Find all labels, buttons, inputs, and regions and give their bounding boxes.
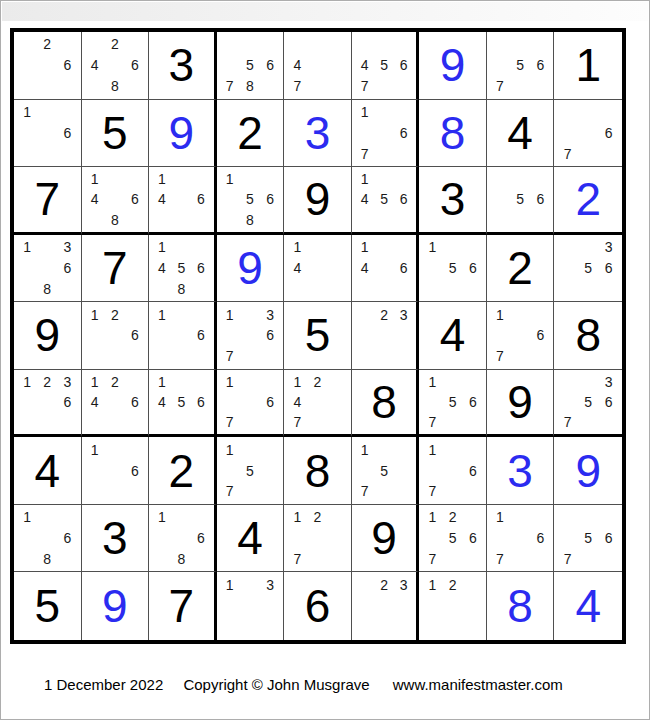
pencil-marks: 167 <box>419 437 486 504</box>
candidate-digit: 1 <box>85 372 105 392</box>
cell-r3c9[interactable]: 2 <box>554 167 622 235</box>
candidate-digit: 4 <box>152 189 172 209</box>
cell-r2c9[interactable]: 67 <box>554 100 622 168</box>
pencil-marks: 156 <box>419 235 486 302</box>
pencil-marks: 23 <box>352 302 417 369</box>
candidate-digit: 6 <box>598 122 619 143</box>
candidate-digit: 1 <box>220 439 240 460</box>
cell-r5c6[interactable]: 23 <box>352 302 420 370</box>
candidate-digit: 5 <box>240 460 260 481</box>
cell-r4c6[interactable]: 146 <box>352 235 420 303</box>
candidate-digit: 7 <box>355 481 375 502</box>
candidate-digit: 5 <box>240 189 260 209</box>
candidate-digit: 6 <box>260 55 280 76</box>
candidate-digit: 1 <box>152 169 172 189</box>
candidate-digit: 1 <box>355 237 375 258</box>
candidate-digit: 2 <box>105 304 125 325</box>
cell-r3c3[interactable]: 146 <box>149 167 217 235</box>
candidate-digit: 4 <box>355 55 375 76</box>
given-digit: 9 <box>507 379 533 425</box>
cell-r3c2[interactable]: 1468 <box>82 167 150 235</box>
cell-r8c2[interactable]: 3 <box>82 505 150 573</box>
candidate-digit: 4 <box>355 258 375 279</box>
given-digit: 4 <box>440 312 466 358</box>
pencil-marks: 167 <box>487 505 554 572</box>
candidate-digit: 1 <box>490 304 510 325</box>
candidate-digit: 6 <box>463 258 483 279</box>
pencil-marks: 168 <box>149 505 214 572</box>
candidate-digit: 5 <box>510 55 530 76</box>
pencil-marks: 167 <box>217 370 284 435</box>
candidate-digit: 2 <box>374 574 394 595</box>
candidate-digit: 6 <box>57 122 77 143</box>
candidate-digit: 6 <box>530 325 550 346</box>
candidate-digit: 1 <box>152 372 172 392</box>
pencil-marks: 567 <box>487 32 554 99</box>
cell-r7c8[interactable]: 3 <box>487 437 555 505</box>
given-digit: 2 <box>169 448 195 494</box>
cell-r2c8[interactable]: 4 <box>487 100 555 168</box>
candidate-digit: 4 <box>355 189 375 209</box>
candidate-digit: 1 <box>287 372 307 392</box>
candidate-digit: 6 <box>530 528 550 549</box>
pencil-marks: 1236 <box>14 370 81 435</box>
candidate-digit: 1 <box>355 102 375 123</box>
candidate-digit: 7 <box>220 412 240 432</box>
given-digit: 3 <box>102 515 128 561</box>
candidate-digit: 8 <box>37 549 57 570</box>
cell-r9c4[interactable]: 13 <box>217 572 285 640</box>
candidate-digit: 7 <box>287 549 307 570</box>
candidate-digit: 6 <box>394 55 414 76</box>
candidate-digit: 7 <box>220 481 240 502</box>
candidate-digit: 6 <box>463 528 483 549</box>
candidate-digit: 2 <box>37 34 57 55</box>
candidate-digit: 5 <box>172 258 192 279</box>
solved-digit: 9 <box>169 110 195 156</box>
candidate-digit: 5 <box>443 258 463 279</box>
cell-r6c2[interactable]: 1246 <box>82 370 150 438</box>
candidate-digit: 6 <box>125 392 145 412</box>
candidate-digit: 7 <box>422 549 442 570</box>
solved-digit: 9 <box>102 583 128 629</box>
given-digit: 9 <box>34 312 60 358</box>
cell-r9c5[interactable]: 6 <box>284 572 352 640</box>
candidate-digit: 4 <box>85 392 105 412</box>
candidate-digit: 6 <box>191 392 211 412</box>
given-digit: 9 <box>305 176 331 222</box>
cell-r2c3[interactable]: 9 <box>149 100 217 168</box>
pencil-marks: 567 <box>554 505 622 572</box>
solved-digit: 8 <box>507 583 533 629</box>
candidate-digit: 2 <box>307 372 327 392</box>
pencil-marks: 146 <box>149 167 214 232</box>
given-digit: 5 <box>34 583 60 629</box>
cell-r9c8[interactable]: 8 <box>487 572 555 640</box>
cell-r3c5[interactable]: 9 <box>284 167 352 235</box>
pencil-marks: 23 <box>352 572 417 640</box>
cell-r4c3[interactable]: 14568 <box>149 235 217 303</box>
cell-r4c5[interactable]: 14 <box>284 235 352 303</box>
pencil-marks: 157 <box>352 437 417 504</box>
cell-r1c2[interactable]: 2468 <box>82 32 150 100</box>
candidate-digit: 1 <box>355 169 375 189</box>
candidate-digit: 2 <box>443 574 463 595</box>
cell-r6c8[interactable]: 9 <box>487 370 555 438</box>
candidate-digit: 1 <box>17 237 37 258</box>
cell-r1c8[interactable]: 567 <box>487 32 555 100</box>
cell-r2c2[interactable]: 5 <box>82 100 150 168</box>
candidate-digit: 7 <box>422 481 442 502</box>
cell-r4c7[interactable]: 156 <box>419 235 487 303</box>
candidate-digit: 1 <box>152 507 172 528</box>
given-digit: 2 <box>507 245 533 291</box>
candidate-digit: 3 <box>57 237 77 258</box>
cell-r5c2[interactable]: 126 <box>82 302 150 370</box>
candidate-digit: 1 <box>220 574 240 595</box>
candidate-digit: 6 <box>125 55 145 76</box>
cell-r9c3[interactable]: 7 <box>149 572 217 640</box>
given-digit: 3 <box>169 42 195 88</box>
pencil-marks: 168 <box>14 505 81 572</box>
given-digit: 8 <box>575 312 601 358</box>
pencil-marks: 67 <box>554 100 622 167</box>
candidate-digit: 7 <box>287 76 307 97</box>
sudoku-board: 2624683567847456795671165923167846771468… <box>10 28 626 644</box>
pencil-marks: 14568 <box>149 235 214 302</box>
candidate-digit: 3 <box>598 372 619 392</box>
pencil-marks: 1247 <box>284 370 351 435</box>
candidate-digit: 4 <box>287 55 307 76</box>
copyright-text: Copyright © John Musgrave <box>183 676 369 693</box>
pencil-marks: 157 <box>217 437 284 504</box>
candidate-digit: 6 <box>598 392 619 412</box>
cell-r4c9[interactable]: 356 <box>554 235 622 303</box>
candidate-digit: 1 <box>220 304 240 325</box>
candidate-digit: 6 <box>125 460 145 481</box>
candidate-digit: 6 <box>598 258 619 279</box>
cell-r8c6[interactable]: 9 <box>352 505 420 573</box>
given-digit: 4 <box>237 515 263 561</box>
candidate-digit: 6 <box>394 189 414 209</box>
cell-r5c7[interactable]: 4 <box>419 302 487 370</box>
candidate-digit: 6 <box>57 528 77 549</box>
cell-r3c1[interactable]: 7 <box>14 167 82 235</box>
pencil-marks: 126 <box>82 302 149 369</box>
candidate-digit: 7 <box>422 412 442 432</box>
page: 2624683567847456795671165923167846771468… <box>0 0 650 720</box>
candidate-digit: 7 <box>557 143 578 164</box>
solved-digit: 4 <box>575 583 601 629</box>
candidate-digit: 7 <box>490 346 510 367</box>
cell-r8c4[interactable]: 4 <box>217 505 285 573</box>
given-digit: 7 <box>102 245 128 291</box>
pencil-marks: 13 <box>217 572 284 640</box>
cell-r1c4[interactable]: 5678 <box>217 32 285 100</box>
candidate-digit: 3 <box>598 237 619 258</box>
candidate-digit: 6 <box>57 258 77 279</box>
candidate-digit: 3 <box>260 574 280 595</box>
candidate-digit: 1 <box>17 507 37 528</box>
candidate-digit: 8 <box>172 278 192 299</box>
pencil-marks: 1456 <box>352 167 417 232</box>
candidate-digit: 1 <box>85 439 105 460</box>
candidate-digit: 7 <box>557 549 578 570</box>
candidate-digit: 3 <box>394 304 414 325</box>
cell-r3c6[interactable]: 1456 <box>352 167 420 235</box>
cell-r6c9[interactable]: 3567 <box>554 370 622 438</box>
cell-r7c6[interactable]: 157 <box>352 437 420 505</box>
given-digit: 7 <box>34 176 60 222</box>
cell-r6c5[interactable]: 1247 <box>284 370 352 438</box>
cell-r4c1[interactable]: 1368 <box>14 235 82 303</box>
cell-r3c4[interactable]: 1568 <box>217 167 285 235</box>
cell-r6c7[interactable]: 1567 <box>419 370 487 438</box>
pencil-marks: 1368 <box>14 235 81 302</box>
candidate-digit: 4 <box>152 258 172 279</box>
pencil-marks: 1468 <box>82 167 149 232</box>
cell-r3c7[interactable]: 3 <box>419 167 487 235</box>
cell-r4c8[interactable]: 2 <box>487 235 555 303</box>
given-digit: 7 <box>169 583 195 629</box>
candidate-digit: 4 <box>287 392 307 412</box>
pencil-marks: 26 <box>14 32 81 99</box>
given-digit: 4 <box>507 110 533 156</box>
candidate-digit: 6 <box>57 55 77 76</box>
cell-r9c7[interactable]: 12 <box>419 572 487 640</box>
pencil-marks: 1567 <box>419 370 486 435</box>
candidate-digit: 5 <box>578 528 599 549</box>
candidate-digit: 7 <box>220 76 240 97</box>
cell-r1c1[interactable]: 26 <box>14 32 82 100</box>
cell-r2c6[interactable]: 167 <box>352 100 420 168</box>
pencil-marks: 2468 <box>82 32 149 99</box>
candidate-digit: 6 <box>125 325 145 346</box>
candidate-digit: 6 <box>530 189 550 209</box>
cell-r4c4[interactable]: 9 <box>217 235 285 303</box>
candidate-digit: 5 <box>578 258 599 279</box>
top-strip <box>2 2 648 21</box>
solved-digit: 9 <box>440 42 466 88</box>
candidate-digit: 6 <box>191 258 211 279</box>
cell-r6c1[interactable]: 1236 <box>14 370 82 438</box>
candidate-digit: 5 <box>443 392 463 412</box>
pencil-marks: 1367 <box>217 302 284 369</box>
cell-r1c5[interactable]: 47 <box>284 32 352 100</box>
candidate-digit: 6 <box>598 528 619 549</box>
cell-r1c9[interactable]: 1 <box>554 32 622 100</box>
given-digit: 4 <box>34 448 60 494</box>
cell-r1c6[interactable]: 4567 <box>352 32 420 100</box>
cell-r2c5[interactable]: 3 <box>284 100 352 168</box>
pencil-marks: 12 <box>419 572 486 640</box>
candidate-digit: 1 <box>85 169 105 189</box>
footer: 1 December 2022 Copyright © John Musgrav… <box>44 676 563 693</box>
candidate-digit: 1 <box>287 237 307 258</box>
candidate-digit: 2 <box>307 507 327 528</box>
candidate-digit: 1 <box>220 169 240 189</box>
pencil-marks: 16 <box>149 302 214 369</box>
cell-r5c4[interactable]: 1367 <box>217 302 285 370</box>
candidate-digit: 6 <box>463 460 483 481</box>
pencil-marks: 1456 <box>149 370 214 435</box>
candidate-digit: 7 <box>355 76 375 97</box>
candidate-digit: 5 <box>374 189 394 209</box>
candidate-digit: 6 <box>260 189 280 209</box>
pencil-marks: 16 <box>82 437 149 504</box>
candidate-digit: 5 <box>374 55 394 76</box>
candidate-digit: 7 <box>490 549 510 570</box>
cell-r8c5[interactable]: 127 <box>284 505 352 573</box>
pencil-marks: 47 <box>284 32 351 99</box>
cell-r2c7[interactable]: 8 <box>419 100 487 168</box>
candidate-digit: 1 <box>422 574 442 595</box>
solved-digit: 9 <box>237 245 263 291</box>
candidate-digit: 3 <box>57 372 77 392</box>
candidate-digit: 1 <box>422 507 442 528</box>
candidate-digit: 1 <box>17 372 37 392</box>
cell-r8c3[interactable]: 168 <box>149 505 217 573</box>
candidate-digit: 6 <box>191 189 211 209</box>
solved-digit: 3 <box>305 110 331 156</box>
candidate-digit: 1 <box>152 304 172 325</box>
given-digit: 6 <box>305 583 331 629</box>
given-digit: 5 <box>102 110 128 156</box>
candidate-digit: 8 <box>37 278 57 299</box>
candidate-digit: 1 <box>220 372 240 392</box>
candidate-digit: 1 <box>422 372 442 392</box>
candidate-digit: 1 <box>422 237 442 258</box>
pencil-marks: 56 <box>487 167 554 232</box>
cell-r5c9[interactable]: 8 <box>554 302 622 370</box>
cell-r7c1[interactable]: 4 <box>14 437 82 505</box>
cell-r1c3[interactable]: 3 <box>149 32 217 100</box>
pencil-marks: 356 <box>554 235 622 302</box>
candidate-digit: 6 <box>191 528 211 549</box>
given-digit: 5 <box>305 312 331 358</box>
cell-r2c4[interactable]: 2 <box>217 100 285 168</box>
candidate-digit: 7 <box>490 76 510 97</box>
cell-r6c6[interactable]: 8 <box>352 370 420 438</box>
candidate-digit: 4 <box>152 392 172 412</box>
candidate-digit: 6 <box>125 189 145 209</box>
candidate-digit: 5 <box>443 528 463 549</box>
pencil-marks: 5678 <box>217 32 284 99</box>
pencil-marks: 167 <box>352 100 417 167</box>
candidate-digit: 7 <box>287 412 307 432</box>
candidate-digit: 8 <box>172 549 192 570</box>
pencil-marks: 3567 <box>554 370 622 435</box>
candidate-digit: 4 <box>287 258 307 279</box>
cell-r3c8[interactable]: 56 <box>487 167 555 235</box>
candidate-digit: 6 <box>260 392 280 412</box>
candidate-digit: 2 <box>443 507 463 528</box>
candidate-digit: 2 <box>105 372 125 392</box>
cell-r7c7[interactable]: 167 <box>419 437 487 505</box>
cell-r7c4[interactable]: 157 <box>217 437 285 505</box>
solved-digit: 2 <box>575 176 601 222</box>
cell-r9c9[interactable]: 4 <box>554 572 622 640</box>
candidate-digit: 4 <box>85 189 105 209</box>
candidate-digit: 6 <box>530 55 550 76</box>
given-digit: 8 <box>305 448 331 494</box>
cell-r4c2[interactable]: 7 <box>82 235 150 303</box>
candidate-digit: 6 <box>191 325 211 346</box>
candidate-digit: 1 <box>287 507 307 528</box>
candidate-digit: 6 <box>463 392 483 412</box>
pencil-marks: 127 <box>284 505 351 572</box>
website-text: www.manifestmaster.com <box>393 676 563 693</box>
cell-r6c4[interactable]: 167 <box>217 370 285 438</box>
candidate-digit: 2 <box>37 372 57 392</box>
candidate-digit: 5 <box>510 189 530 209</box>
cell-r5c3[interactable]: 16 <box>149 302 217 370</box>
given-digit: 2 <box>237 110 263 156</box>
cell-r8c8[interactable]: 167 <box>487 505 555 573</box>
cell-r8c9[interactable]: 567 <box>554 505 622 573</box>
cell-r7c9[interactable]: 9 <box>554 437 622 505</box>
cell-r9c1[interactable]: 5 <box>14 572 82 640</box>
given-digit: 3 <box>440 176 466 222</box>
pencil-marks: 1246 <box>82 370 149 435</box>
cell-r6c3[interactable]: 1456 <box>149 370 217 438</box>
solved-digit: 8 <box>440 110 466 156</box>
pencil-marks: 167 <box>487 302 554 369</box>
pencil-marks: 12567 <box>419 505 486 572</box>
cell-r1c7[interactable]: 9 <box>419 32 487 100</box>
cell-r8c7[interactable]: 12567 <box>419 505 487 573</box>
given-digit: 1 <box>575 42 601 88</box>
cell-r5c8[interactable]: 167 <box>487 302 555 370</box>
cell-r9c6[interactable]: 23 <box>352 572 420 640</box>
pencil-marks: 1568 <box>217 167 284 232</box>
candidate-digit: 7 <box>557 412 578 432</box>
given-digit: 8 <box>371 379 397 425</box>
solved-digit: 3 <box>507 448 533 494</box>
candidate-digit: 1 <box>17 102 37 123</box>
candidate-digit: 6 <box>260 325 280 346</box>
candidate-digit: 5 <box>374 460 394 481</box>
cell-r2c1[interactable]: 16 <box>14 100 82 168</box>
cell-r7c3[interactable]: 2 <box>149 437 217 505</box>
candidate-digit: 5 <box>578 392 599 412</box>
cell-r9c2[interactable]: 9 <box>82 572 150 640</box>
candidate-digit: 8 <box>105 76 125 97</box>
cell-r8c1[interactable]: 168 <box>14 505 82 573</box>
candidate-digit: 4 <box>85 55 105 76</box>
pencil-marks: 4567 <box>352 32 417 99</box>
candidate-digit: 2 <box>374 304 394 325</box>
candidate-digit: 5 <box>172 392 192 412</box>
candidate-digit: 5 <box>240 55 260 76</box>
candidate-digit: 6 <box>394 122 414 143</box>
candidate-digit: 6 <box>57 392 77 412</box>
pencil-marks: 14 <box>284 235 351 302</box>
candidate-digit: 7 <box>220 346 240 367</box>
cell-r7c5[interactable]: 8 <box>284 437 352 505</box>
candidate-digit: 7 <box>355 143 375 164</box>
candidate-digit: 8 <box>240 76 260 97</box>
cell-r5c5[interactable]: 5 <box>284 302 352 370</box>
cell-r7c2[interactable]: 16 <box>82 437 150 505</box>
candidate-digit: 8 <box>105 209 125 229</box>
candidate-digit: 1 <box>422 439 442 460</box>
candidate-digit: 6 <box>394 258 414 279</box>
candidate-digit: 8 <box>240 209 260 229</box>
candidate-digit: 1 <box>490 507 510 528</box>
cell-r5c1[interactable]: 9 <box>14 302 82 370</box>
candidate-digit: 3 <box>260 304 280 325</box>
